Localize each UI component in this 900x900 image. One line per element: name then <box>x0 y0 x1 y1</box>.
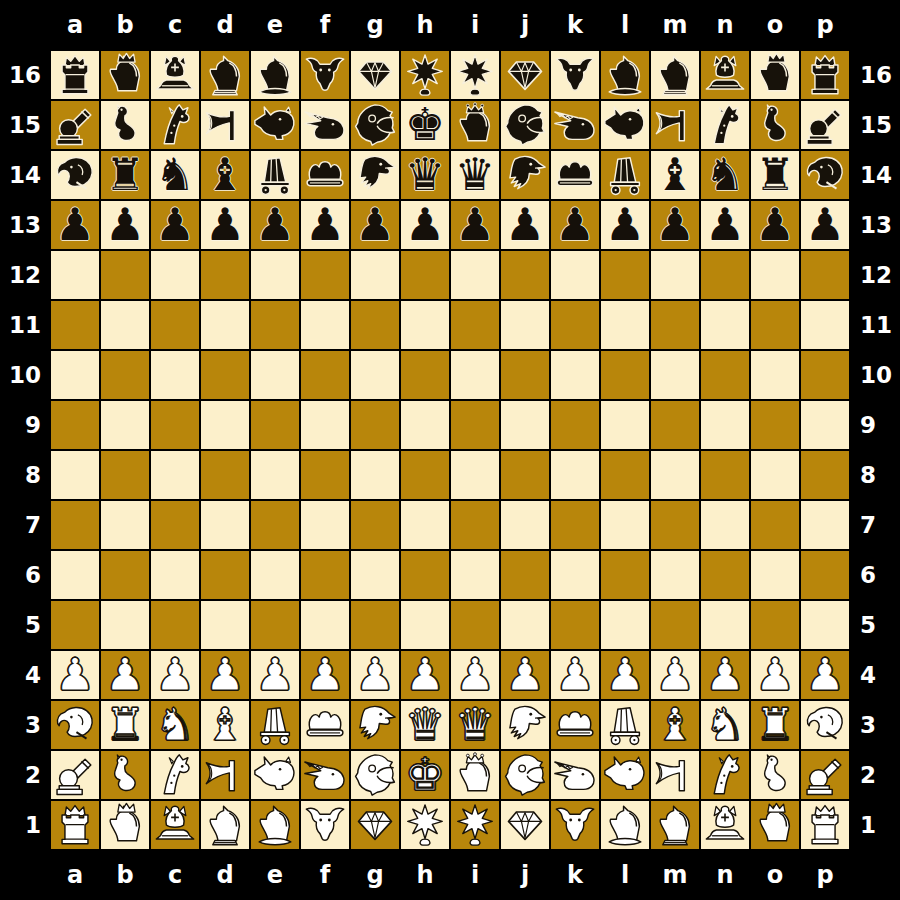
square-g11[interactable] <box>350 300 400 350</box>
square-m13[interactable]: ♟ <box>650 200 700 250</box>
square-j5[interactable] <box>500 600 550 650</box>
square-i9[interactable] <box>450 400 500 450</box>
square-c2[interactable] <box>150 750 200 800</box>
square-d12[interactable] <box>200 250 250 300</box>
square-j3[interactable] <box>500 700 550 750</box>
square-h9[interactable] <box>400 400 450 450</box>
square-e10[interactable] <box>250 350 300 400</box>
white-pawn-piece: ♟ <box>805 650 845 700</box>
square-n5[interactable] <box>700 600 750 650</box>
square-k7[interactable] <box>550 500 600 550</box>
square-p7[interactable] <box>800 500 850 550</box>
square-n3[interactable]: ♞ <box>700 700 750 750</box>
square-g14[interactable] <box>350 150 400 200</box>
square-b2[interactable] <box>100 750 150 800</box>
square-h2[interactable]: ♚ <box>400 750 450 800</box>
square-f2[interactable] <box>300 750 350 800</box>
square-o8[interactable] <box>750 450 800 500</box>
square-l5[interactable] <box>600 600 650 650</box>
black-horn-bombard-piece <box>202 102 248 148</box>
square-d11[interactable] <box>200 300 250 350</box>
square-n4[interactable]: ♟ <box>700 650 750 700</box>
square-a5[interactable] <box>50 600 100 650</box>
square-l2[interactable] <box>600 750 650 800</box>
square-j4[interactable]: ♟ <box>500 650 550 700</box>
square-i1[interactable] <box>450 800 500 850</box>
square-m16[interactable] <box>650 50 700 100</box>
square-m10[interactable] <box>650 350 700 400</box>
square-g3[interactable] <box>350 700 400 750</box>
square-g7[interactable] <box>350 500 400 550</box>
square-a6[interactable] <box>50 550 100 600</box>
square-b8[interactable] <box>100 450 150 500</box>
square-k6[interactable] <box>550 550 600 600</box>
square-p9[interactable] <box>800 400 850 450</box>
square-k5[interactable] <box>550 600 600 650</box>
square-n12[interactable] <box>700 250 750 300</box>
black-knight-piece: ♞ <box>705 150 745 200</box>
square-d10[interactable] <box>200 350 250 400</box>
square-k3[interactable] <box>550 700 600 750</box>
square-d2[interactable] <box>200 750 250 800</box>
square-e13[interactable]: ♟ <box>250 200 300 250</box>
square-m5[interactable] <box>650 600 700 650</box>
square-g5[interactable] <box>350 600 400 650</box>
square-p5[interactable] <box>800 600 850 650</box>
white-queen-piece: ♛ <box>405 700 445 750</box>
square-e12[interactable] <box>250 250 300 300</box>
square-l8[interactable] <box>600 450 650 500</box>
white-pawn-piece: ♟ <box>505 650 545 700</box>
square-m9[interactable] <box>650 400 700 450</box>
square-o3[interactable]: ♜ <box>750 700 800 750</box>
square-f4[interactable]: ♟ <box>300 650 350 700</box>
square-d15[interactable] <box>200 100 250 150</box>
square-l10[interactable] <box>600 350 650 400</box>
square-e6[interactable] <box>250 550 300 600</box>
square-a12[interactable] <box>50 250 100 300</box>
square-g9[interactable] <box>350 400 400 450</box>
square-f10[interactable] <box>300 350 350 400</box>
square-p12[interactable] <box>800 250 850 300</box>
square-n6[interactable] <box>700 550 750 600</box>
square-g6[interactable] <box>350 550 400 600</box>
square-a3[interactable] <box>50 700 100 750</box>
square-i2[interactable] <box>450 750 500 800</box>
square-j9[interactable] <box>500 400 550 450</box>
black-cannon-piece <box>52 102 98 148</box>
square-e14[interactable] <box>250 150 300 200</box>
square-b15[interactable] <box>100 100 150 150</box>
square-k1[interactable] <box>550 800 600 850</box>
square-m14[interactable]: ♝ <box>650 150 700 200</box>
white-bishop-piece: ♝ <box>655 700 695 750</box>
square-h13[interactable]: ♟ <box>400 200 450 250</box>
square-i8[interactable] <box>450 450 500 500</box>
square-p10[interactable] <box>800 350 850 400</box>
square-f13[interactable]: ♟ <box>300 200 350 250</box>
black-rook-piece: ♜ <box>755 150 795 200</box>
square-h15[interactable]: ♚ <box>400 100 450 150</box>
black-eagle-piece <box>352 152 398 198</box>
square-e2[interactable] <box>250 750 300 800</box>
square-k11[interactable] <box>550 300 600 350</box>
square-n16[interactable] <box>700 50 750 100</box>
black-giraffe-piece <box>702 102 748 148</box>
square-f16[interactable] <box>300 50 350 100</box>
square-p16[interactable] <box>800 50 850 100</box>
square-p1[interactable] <box>800 800 850 850</box>
square-b13[interactable]: ♟ <box>100 200 150 250</box>
square-m11[interactable] <box>650 300 700 350</box>
square-h7[interactable] <box>400 500 450 550</box>
square-m12[interactable] <box>650 250 700 300</box>
square-a2[interactable] <box>50 750 100 800</box>
square-o9[interactable] <box>750 400 800 450</box>
white-pawn-piece: ♟ <box>605 650 645 700</box>
black-camel-piece <box>752 102 798 148</box>
square-c12[interactable] <box>150 250 200 300</box>
square-o5[interactable] <box>750 600 800 650</box>
square-l9[interactable] <box>600 400 650 450</box>
square-g12[interactable] <box>350 250 400 300</box>
square-l3[interactable] <box>600 700 650 750</box>
square-n11[interactable] <box>700 300 750 350</box>
square-f1[interactable] <box>300 800 350 850</box>
square-i6[interactable] <box>450 550 500 600</box>
square-a7[interactable] <box>50 500 100 550</box>
square-d14[interactable]: ♝ <box>200 150 250 200</box>
square-d5[interactable] <box>200 600 250 650</box>
square-m6[interactable] <box>650 550 700 600</box>
square-h3[interactable]: ♛ <box>400 700 450 750</box>
square-m2[interactable] <box>650 750 700 800</box>
white-lion-piece <box>502 752 548 798</box>
square-b6[interactable] <box>100 550 150 600</box>
square-n13[interactable]: ♟ <box>700 200 750 250</box>
square-g1[interactable] <box>350 800 400 850</box>
square-o12[interactable] <box>750 250 800 300</box>
square-k15[interactable] <box>550 100 600 150</box>
square-b10[interactable] <box>100 350 150 400</box>
square-c1[interactable] <box>150 800 200 850</box>
square-j10[interactable] <box>500 350 550 400</box>
square-p3[interactable] <box>800 700 850 750</box>
square-l12[interactable] <box>600 250 650 300</box>
square-i16[interactable] <box>450 50 500 100</box>
square-j15[interactable] <box>500 100 550 150</box>
square-c5[interactable] <box>150 600 200 650</box>
square-m3[interactable]: ♝ <box>650 700 700 750</box>
square-g8[interactable] <box>350 450 400 500</box>
square-b1[interactable] <box>100 800 150 850</box>
square-p14[interactable] <box>800 150 850 200</box>
white-knight-piece: ♞ <box>155 700 195 750</box>
square-d13[interactable]: ♟ <box>200 200 250 250</box>
square-l6[interactable] <box>600 550 650 600</box>
square-o11[interactable] <box>750 300 800 350</box>
square-b14[interactable]: ♜ <box>100 150 150 200</box>
square-l7[interactable] <box>600 500 650 550</box>
square-n2[interactable] <box>700 750 750 800</box>
file-label-f: f <box>300 850 350 900</box>
square-o7[interactable] <box>750 500 800 550</box>
square-c10[interactable] <box>150 350 200 400</box>
square-o16[interactable] <box>750 50 800 100</box>
square-l14[interactable] <box>600 150 650 200</box>
square-m4[interactable]: ♟ <box>650 650 700 700</box>
square-f7[interactable] <box>300 500 350 550</box>
square-i10[interactable] <box>450 350 500 400</box>
square-c9[interactable] <box>150 400 200 450</box>
square-j12[interactable] <box>500 250 550 300</box>
square-k2[interactable] <box>550 750 600 800</box>
black-knight-on-stand-piece <box>602 52 648 98</box>
square-f12[interactable] <box>300 250 350 300</box>
square-k14[interactable] <box>550 150 600 200</box>
square-o14[interactable]: ♜ <box>750 150 800 200</box>
square-l4[interactable]: ♟ <box>600 650 650 700</box>
square-b4[interactable]: ♟ <box>100 650 150 700</box>
square-a16[interactable] <box>50 50 100 100</box>
square-j7[interactable] <box>500 500 550 550</box>
square-n15[interactable] <box>700 100 750 150</box>
square-n8[interactable] <box>700 450 750 500</box>
square-o13[interactable]: ♟ <box>750 200 800 250</box>
square-h10[interactable] <box>400 350 450 400</box>
square-k9[interactable] <box>550 400 600 450</box>
square-a9[interactable] <box>50 400 100 450</box>
rank-label-2: 2 <box>850 750 900 800</box>
black-crocodile-piece <box>302 102 348 148</box>
rank-label-16: 16 <box>0 50 50 100</box>
square-n1[interactable] <box>700 800 750 850</box>
square-d7[interactable] <box>200 500 250 550</box>
square-a15[interactable] <box>50 100 100 150</box>
square-d1[interactable] <box>200 800 250 850</box>
file-label-l: l <box>600 0 650 50</box>
square-k10[interactable] <box>550 350 600 400</box>
file-label-d: d <box>200 850 250 900</box>
file-labels-top: abcdefghijklmnop <box>50 0 850 50</box>
square-a8[interactable] <box>50 450 100 500</box>
square-o10[interactable] <box>750 350 800 400</box>
square-p4[interactable]: ♟ <box>800 650 850 700</box>
square-i4[interactable]: ♟ <box>450 650 500 700</box>
square-e7[interactable] <box>250 500 300 550</box>
square-h8[interactable] <box>400 450 450 500</box>
square-o4[interactable]: ♟ <box>750 650 800 700</box>
square-d4[interactable]: ♟ <box>200 650 250 700</box>
square-n14[interactable]: ♞ <box>700 150 750 200</box>
chessboard: ♚♜♞♝♛♛♝♞♜♟♟♟♟♟♟♟♟♟♟♟♟♟♟♟♟♟♟♟♟♟♟♟♟♟♟♟♟♟♟♟… <box>50 50 850 850</box>
square-g10[interactable] <box>350 350 400 400</box>
square-k8[interactable] <box>550 450 600 500</box>
square-i15[interactable] <box>450 100 500 150</box>
file-label-i: i <box>450 0 500 50</box>
square-j1[interactable] <box>500 800 550 850</box>
square-f5[interactable] <box>300 600 350 650</box>
square-i12[interactable] <box>450 250 500 300</box>
square-h11[interactable] <box>400 300 450 350</box>
square-h4[interactable]: ♟ <box>400 650 450 700</box>
square-f14[interactable] <box>300 150 350 200</box>
square-c14[interactable]: ♞ <box>150 150 200 200</box>
white-prince-crown-piece <box>552 702 598 748</box>
square-e15[interactable] <box>250 100 300 150</box>
square-m8[interactable] <box>650 450 700 500</box>
white-war-machine-siege-cart-piece <box>252 702 298 748</box>
file-label-b: b <box>100 850 150 900</box>
square-j14[interactable] <box>500 150 550 200</box>
square-h16[interactable] <box>400 50 450 100</box>
square-k16[interactable] <box>550 50 600 100</box>
square-o15[interactable] <box>750 100 800 150</box>
black-pawn-piece: ♟ <box>355 200 395 250</box>
rank-label-4: 4 <box>0 650 50 700</box>
square-i3[interactable]: ♛ <box>450 700 500 750</box>
square-k4[interactable]: ♟ <box>550 650 600 700</box>
square-d3[interactable]: ♝ <box>200 700 250 750</box>
square-b3[interactable]: ♜ <box>100 700 150 750</box>
rank-label-11: 11 <box>850 300 900 350</box>
square-n9[interactable] <box>700 400 750 450</box>
square-m1[interactable] <box>650 800 700 850</box>
square-e1[interactable] <box>250 800 300 850</box>
square-f11[interactable] <box>300 300 350 350</box>
square-g2[interactable] <box>350 750 400 800</box>
file-label-n: n <box>700 0 750 50</box>
square-h14[interactable]: ♛ <box>400 150 450 200</box>
square-c3[interactable]: ♞ <box>150 700 200 750</box>
square-f3[interactable] <box>300 700 350 750</box>
square-p2[interactable] <box>800 750 850 800</box>
square-a4[interactable]: ♟ <box>50 650 100 700</box>
square-m7[interactable] <box>650 500 700 550</box>
black-pawn-piece: ♟ <box>555 200 595 250</box>
square-p13[interactable]: ♟ <box>800 200 850 250</box>
square-h1[interactable] <box>400 800 450 850</box>
square-c15[interactable] <box>150 100 200 150</box>
white-rook-piece: ♜ <box>755 700 795 750</box>
square-c4[interactable]: ♟ <box>150 650 200 700</box>
rank-label-3: 3 <box>850 700 900 750</box>
square-a10[interactable] <box>50 350 100 400</box>
square-j16[interactable] <box>500 50 550 100</box>
square-f15[interactable] <box>300 100 350 150</box>
square-e4[interactable]: ♟ <box>250 650 300 700</box>
square-p8[interactable] <box>800 450 850 500</box>
square-c7[interactable] <box>150 500 200 550</box>
square-e16[interactable] <box>250 50 300 100</box>
square-h6[interactable] <box>400 550 450 600</box>
square-o6[interactable] <box>750 550 800 600</box>
square-f9[interactable] <box>300 400 350 450</box>
square-g13[interactable]: ♟ <box>350 200 400 250</box>
square-p6[interactable] <box>800 550 850 600</box>
square-c8[interactable] <box>150 450 200 500</box>
square-d6[interactable] <box>200 550 250 600</box>
square-c16[interactable] <box>150 50 200 100</box>
square-p11[interactable] <box>800 300 850 350</box>
square-b11[interactable] <box>100 300 150 350</box>
black-knight-piece: ♞ <box>155 150 195 200</box>
square-e9[interactable] <box>250 400 300 450</box>
square-b12[interactable] <box>100 250 150 300</box>
rank-label-1: 1 <box>850 800 900 850</box>
square-l16[interactable] <box>600 50 650 100</box>
square-g15[interactable] <box>350 100 400 150</box>
white-pawn-piece: ♟ <box>355 650 395 700</box>
square-l15[interactable] <box>600 100 650 150</box>
square-d8[interactable] <box>200 450 250 500</box>
black-king-piece: ♚ <box>405 100 445 150</box>
square-e11[interactable] <box>250 300 300 350</box>
square-k12[interactable] <box>550 250 600 300</box>
square-h5[interactable] <box>400 600 450 650</box>
black-camel-piece <box>102 102 148 148</box>
square-c11[interactable] <box>150 300 200 350</box>
white-bull-piece <box>552 802 598 848</box>
black-pawn-piece: ♟ <box>455 200 495 250</box>
square-a11[interactable] <box>50 300 100 350</box>
square-b16[interactable] <box>100 50 150 100</box>
square-f6[interactable] <box>300 550 350 600</box>
square-j2[interactable] <box>500 750 550 800</box>
square-f8[interactable] <box>300 450 350 500</box>
square-e3[interactable] <box>250 700 300 750</box>
square-i13[interactable]: ♟ <box>450 200 500 250</box>
square-j13[interactable]: ♟ <box>500 200 550 250</box>
square-k13[interactable]: ♟ <box>550 200 600 250</box>
square-i14[interactable]: ♛ <box>450 150 500 200</box>
square-a1[interactable] <box>50 800 100 850</box>
square-n10[interactable] <box>700 350 750 400</box>
square-a14[interactable] <box>50 150 100 200</box>
square-e8[interactable] <box>250 450 300 500</box>
square-d9[interactable] <box>200 400 250 450</box>
square-j11[interactable] <box>500 300 550 350</box>
square-d16[interactable] <box>200 50 250 100</box>
square-p15[interactable] <box>800 100 850 150</box>
square-c13[interactable]: ♟ <box>150 200 200 250</box>
square-g4[interactable]: ♟ <box>350 650 400 700</box>
square-i5[interactable] <box>450 600 500 650</box>
square-j6[interactable] <box>500 550 550 600</box>
square-a13[interactable]: ♟ <box>50 200 100 250</box>
square-h12[interactable] <box>400 250 450 300</box>
square-o2[interactable] <box>750 750 800 800</box>
square-b7[interactable] <box>100 500 150 550</box>
square-g16[interactable] <box>350 50 400 100</box>
square-l11[interactable] <box>600 300 650 350</box>
rank-label-13: 13 <box>0 200 50 250</box>
square-n7[interactable] <box>700 500 750 550</box>
square-e5[interactable] <box>250 600 300 650</box>
square-j8[interactable] <box>500 450 550 500</box>
square-o1[interactable] <box>750 800 800 850</box>
square-i7[interactable] <box>450 500 500 550</box>
square-c6[interactable] <box>150 550 200 600</box>
black-pawn-piece: ♟ <box>805 200 845 250</box>
square-l1[interactable] <box>600 800 650 850</box>
square-l13[interactable]: ♟ <box>600 200 650 250</box>
file-label-c: c <box>150 0 200 50</box>
square-i11[interactable] <box>450 300 500 350</box>
square-b5[interactable] <box>100 600 150 650</box>
square-b9[interactable] <box>100 400 150 450</box>
square-m15[interactable] <box>650 100 700 150</box>
